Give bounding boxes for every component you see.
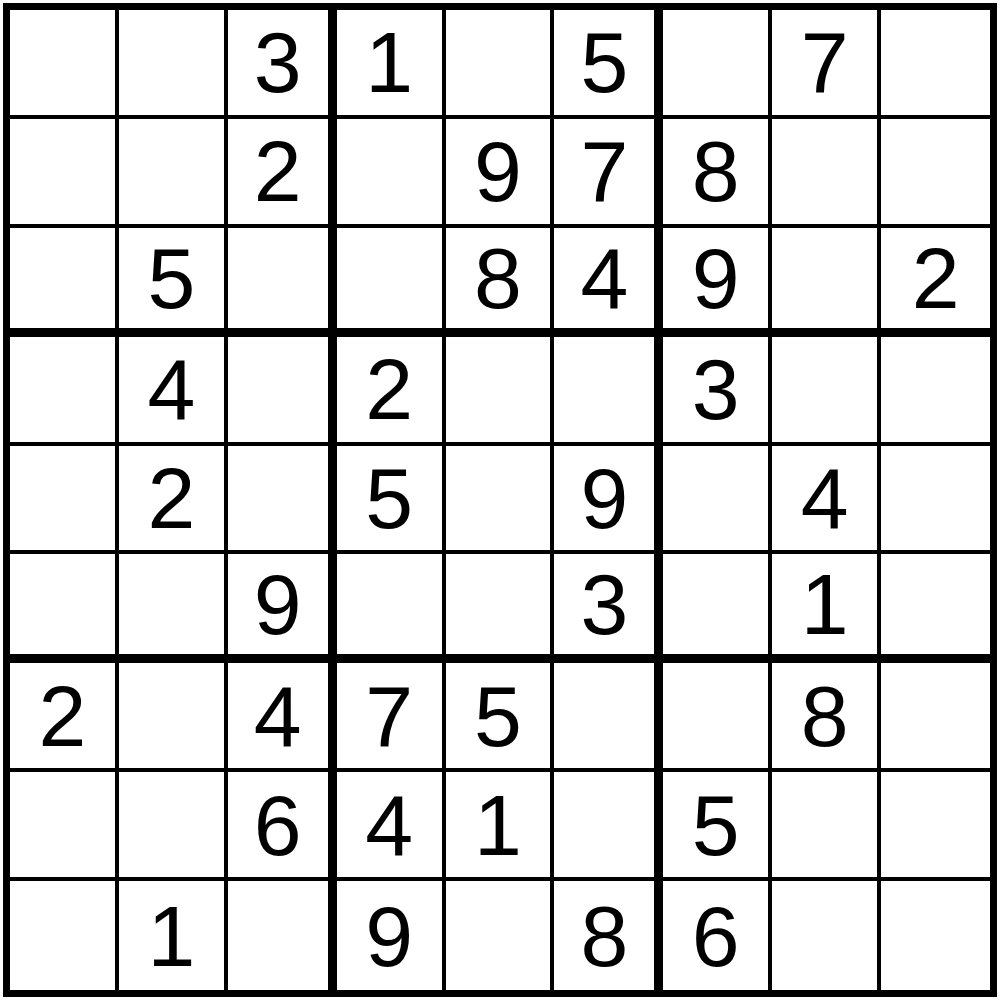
cell-r6c5-empty[interactable] — [446, 554, 555, 663]
cell-r4c2-given[interactable]: 4 — [119, 337, 228, 446]
cell-r5c3-empty[interactable] — [228, 446, 337, 555]
cell-r5c8-given[interactable]: 4 — [772, 446, 881, 555]
cell-r7c2-empty[interactable] — [119, 663, 228, 772]
cell-r9c3-empty[interactable] — [228, 881, 337, 990]
cell-r7c8-given[interactable]: 8 — [772, 663, 881, 772]
cell-r7c1-given[interactable]: 2 — [10, 663, 119, 772]
cell-r8c8-empty[interactable] — [772, 772, 881, 881]
cell-r9c9-empty[interactable] — [881, 881, 990, 990]
cell-r6c3-given[interactable]: 9 — [228, 554, 337, 663]
cell-r3c9-given[interactable]: 2 — [881, 228, 990, 337]
cell-r7c7-empty[interactable] — [663, 663, 772, 772]
cell-r1c6-given[interactable]: 5 — [554, 10, 663, 119]
cell-r2c5-given[interactable]: 9 — [446, 119, 555, 228]
cell-r8c7-given[interactable]: 5 — [663, 772, 772, 881]
cell-r7c9-empty[interactable] — [881, 663, 990, 772]
cell-r6c9-empty[interactable] — [881, 554, 990, 663]
cell-r6c6-given[interactable]: 3 — [554, 554, 663, 663]
cell-r5c7-empty[interactable] — [663, 446, 772, 555]
cell-r5c4-given[interactable]: 5 — [337, 446, 446, 555]
cell-r4c9-empty[interactable] — [881, 337, 990, 446]
cell-r7c4-given[interactable]: 7 — [337, 663, 446, 772]
cell-r2c1-empty[interactable] — [10, 119, 119, 228]
cell-r4c4-given[interactable]: 2 — [337, 337, 446, 446]
cell-r2c8-empty[interactable] — [772, 119, 881, 228]
cell-r3c8-empty[interactable] — [772, 228, 881, 337]
cell-r5c9-empty[interactable] — [881, 446, 990, 555]
cell-r9c5-empty[interactable] — [446, 881, 555, 990]
cell-r6c4-empty[interactable] — [337, 554, 446, 663]
cell-r1c9-empty[interactable] — [881, 10, 990, 119]
cell-r2c4-empty[interactable] — [337, 119, 446, 228]
cell-r6c7-empty[interactable] — [663, 554, 772, 663]
cell-r7c3-given[interactable]: 4 — [228, 663, 337, 772]
cell-r4c8-empty[interactable] — [772, 337, 881, 446]
cell-r5c1-empty[interactable] — [10, 446, 119, 555]
cell-r8c3-given[interactable]: 6 — [228, 772, 337, 881]
cell-r8c6-empty[interactable] — [554, 772, 663, 881]
cell-r2c2-empty[interactable] — [119, 119, 228, 228]
cell-r8c4-given[interactable]: 4 — [337, 772, 446, 881]
cell-r8c1-empty[interactable] — [10, 772, 119, 881]
cell-r6c2-empty[interactable] — [119, 554, 228, 663]
cell-r3c3-empty[interactable] — [228, 228, 337, 337]
cell-r3c5-given[interactable]: 8 — [446, 228, 555, 337]
cell-r4c7-given[interactable]: 3 — [663, 337, 772, 446]
cell-r3c6-given[interactable]: 4 — [554, 228, 663, 337]
cell-r7c5-given[interactable]: 5 — [446, 663, 555, 772]
cell-r1c5-empty[interactable] — [446, 10, 555, 119]
cell-r6c8-given[interactable]: 1 — [772, 554, 881, 663]
cell-r8c9-empty[interactable] — [881, 772, 990, 881]
cell-r1c8-given[interactable]: 7 — [772, 10, 881, 119]
cell-r3c7-given[interactable]: 9 — [663, 228, 772, 337]
sudoku-page: 315729785849242325949312475864151986 — [0, 0, 1000, 1000]
cell-r4c5-empty[interactable] — [446, 337, 555, 446]
cell-r9c7-given[interactable]: 6 — [663, 881, 772, 990]
cell-r9c1-empty[interactable] — [10, 881, 119, 990]
cell-r4c6-empty[interactable] — [554, 337, 663, 446]
cell-r9c8-empty[interactable] — [772, 881, 881, 990]
cell-r1c1-empty[interactable] — [10, 10, 119, 119]
cell-r4c3-empty[interactable] — [228, 337, 337, 446]
cell-r2c9-empty[interactable] — [881, 119, 990, 228]
cell-r5c6-given[interactable]: 9 — [554, 446, 663, 555]
cell-r7c6-empty[interactable] — [554, 663, 663, 772]
cell-r3c2-given[interactable]: 5 — [119, 228, 228, 337]
sudoku-board: 315729785849242325949312475864151986 — [3, 3, 997, 997]
cell-r9c2-given[interactable]: 1 — [119, 881, 228, 990]
cell-r4c1-empty[interactable] — [10, 337, 119, 446]
cell-r6c1-empty[interactable] — [10, 554, 119, 663]
cell-r8c5-given[interactable]: 1 — [446, 772, 555, 881]
cell-r2c3-given[interactable]: 2 — [228, 119, 337, 228]
cell-r8c2-empty[interactable] — [119, 772, 228, 881]
cell-r3c1-empty[interactable] — [10, 228, 119, 337]
cell-r5c5-empty[interactable] — [446, 446, 555, 555]
cell-r1c2-empty[interactable] — [119, 10, 228, 119]
cell-r1c4-given[interactable]: 1 — [337, 10, 446, 119]
cell-r2c7-given[interactable]: 8 — [663, 119, 772, 228]
cell-r3c4-empty[interactable] — [337, 228, 446, 337]
cell-r5c2-given[interactable]: 2 — [119, 446, 228, 555]
cell-r9c4-given[interactable]: 9 — [337, 881, 446, 990]
cell-r9c6-given[interactable]: 8 — [554, 881, 663, 990]
cell-r1c7-empty[interactable] — [663, 10, 772, 119]
cell-r1c3-given[interactable]: 3 — [228, 10, 337, 119]
cell-r2c6-given[interactable]: 7 — [554, 119, 663, 228]
